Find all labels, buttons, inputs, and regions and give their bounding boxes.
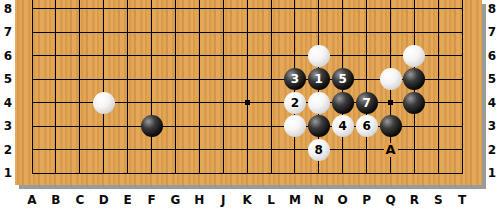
column-label-O: O <box>333 193 353 208</box>
grid-line-column-E <box>127 0 128 174</box>
grid-line-column-J <box>223 0 224 174</box>
stone-white-O3: 4 <box>332 115 354 137</box>
column-label-B: B <box>46 193 66 208</box>
stone-white-M3 <box>284 115 306 137</box>
stone-black-F3 <box>141 115 163 137</box>
grid-line-row-2 <box>32 149 463 150</box>
grid-line-column-C <box>79 0 80 174</box>
stone-black-N5: 1 <box>308 68 330 90</box>
stone-white-Q5 <box>380 68 402 90</box>
row-label-right-4: 4 <box>485 96 499 110</box>
stone-black-P4: 7 <box>356 92 378 114</box>
column-label-T: T <box>452 193 472 208</box>
stone-black-N3 <box>308 115 330 137</box>
row-label-right-2: 2 <box>485 143 499 157</box>
row-label-right-6: 6 <box>485 49 499 63</box>
row-label-left-5: 5 <box>1 72 15 86</box>
stone-white-P3: 6 <box>356 115 378 137</box>
column-label-Q: Q <box>381 193 401 208</box>
annotation-A-Q2: A <box>384 143 398 157</box>
row-label-left-6: 6 <box>1 49 15 63</box>
stone-black-Q3 <box>380 115 402 137</box>
column-label-L: L <box>261 193 281 208</box>
row-label-left-8: 8 <box>1 2 15 16</box>
star-point-Q4 <box>388 100 393 105</box>
row-label-left-7: 7 <box>1 25 15 39</box>
grid-line-column-B <box>55 0 56 174</box>
row-label-right-7: 7 <box>485 25 499 39</box>
column-label-D: D <box>94 193 114 208</box>
stone-white-R6 <box>403 45 425 67</box>
column-label-F: F <box>142 193 162 208</box>
stone-white-N2: 8 <box>308 139 330 161</box>
column-label-C: C <box>70 193 90 208</box>
row-label-left-4: 4 <box>1 96 15 110</box>
column-label-H: H <box>189 193 209 208</box>
row-label-left-2: 2 <box>1 143 15 157</box>
stone-white-N4 <box>308 92 330 114</box>
column-label-E: E <box>118 193 138 208</box>
stone-black-O5: 5 <box>332 68 354 90</box>
grid-line-column-T <box>462 0 463 174</box>
stone-white-M4: 2 <box>284 92 306 114</box>
grid-line-column-D <box>103 0 104 174</box>
column-label-S: S <box>428 193 448 208</box>
grid-line-column-H <box>199 0 200 174</box>
grid-line-column-L <box>271 0 272 174</box>
grid-line-column-F <box>151 0 152 174</box>
grid-line-row-6 <box>32 55 463 56</box>
row-label-right-8: 8 <box>485 2 499 16</box>
grid-line-row-1 <box>32 173 463 174</box>
grid-line-column-P <box>366 0 367 174</box>
column-label-N: N <box>309 193 329 208</box>
row-label-right-3: 3 <box>485 119 499 133</box>
grid-line-row-7 <box>32 32 463 33</box>
row-label-left-1: 1 <box>1 166 15 180</box>
stone-white-N6 <box>308 45 330 67</box>
column-label-M: M <box>285 193 305 208</box>
stone-white-D4 <box>93 92 115 114</box>
stone-black-R4 <box>403 92 425 114</box>
stone-black-M5: 3 <box>284 68 306 90</box>
row-label-right-5: 5 <box>485 72 499 86</box>
column-label-J: J <box>213 193 233 208</box>
stone-black-O4 <box>332 92 354 114</box>
column-label-P: P <box>357 193 377 208</box>
grid-line-column-S <box>438 0 439 174</box>
grid-line-column-K <box>247 0 248 174</box>
column-label-A: A <box>22 193 42 208</box>
column-label-R: R <box>404 193 424 208</box>
grid-line-column-A <box>32 0 33 174</box>
row-label-right-1: 1 <box>485 166 499 180</box>
star-point-K4 <box>245 100 250 105</box>
grid-line-column-G <box>175 0 176 174</box>
column-label-K: K <box>237 193 257 208</box>
row-label-left-3: 3 <box>1 119 15 133</box>
go-board-diagram: 8765432187654321ABCDEFGHJKLMNOPQRSTA3152… <box>0 0 500 212</box>
grid-line-row-8 <box>32 8 463 9</box>
column-label-G: G <box>165 193 185 208</box>
